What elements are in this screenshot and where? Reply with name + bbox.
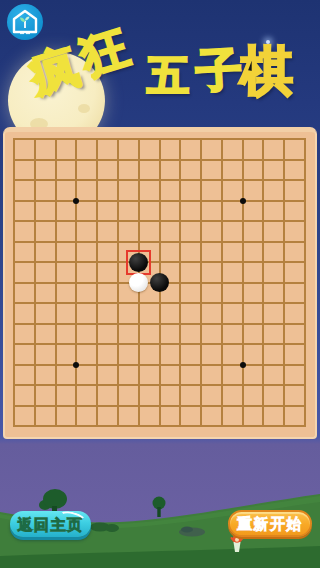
board-panel xyxy=(3,127,317,439)
board-grid[interactable] xyxy=(13,138,306,427)
game-title: 疯狂五子棋 xyxy=(0,0,320,130)
home-button[interactable]: 返回主页 xyxy=(10,511,91,537)
restart-button[interactable]: 重新开始 xyxy=(228,510,312,537)
title-char-1: 疯 xyxy=(25,41,84,100)
title-char-3: 五 xyxy=(147,55,189,97)
title-char-2: 狂 xyxy=(75,22,134,81)
game-screen: 疯狂五子棋 返回主页 重新开始 xyxy=(0,0,320,568)
title-char-4: 子 xyxy=(195,46,243,94)
title-char-5: 棋 xyxy=(240,44,293,97)
